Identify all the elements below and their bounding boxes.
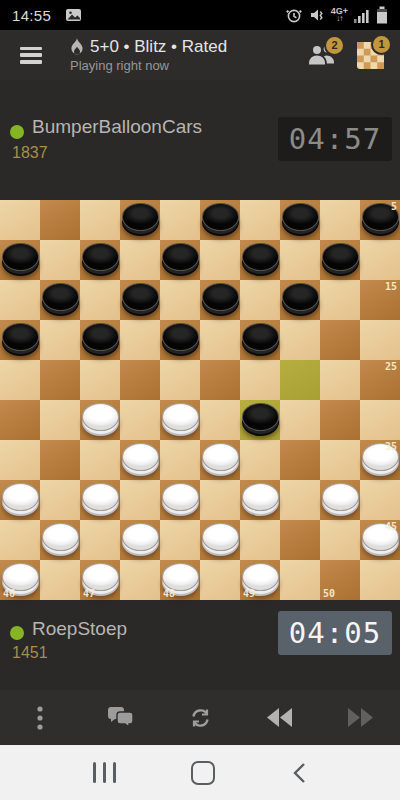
square-24[interactable] bbox=[280, 360, 320, 400]
light-square bbox=[80, 360, 120, 400]
square-coordinate: 47 bbox=[83, 588, 95, 599]
opponent-player-section: BumperBalloonCars 1837 04:57 bbox=[0, 80, 400, 200]
light-square bbox=[320, 440, 360, 480]
light-square bbox=[160, 520, 200, 560]
square-2[interactable] bbox=[120, 200, 160, 240]
light-square bbox=[280, 240, 320, 280]
white-man[interactable] bbox=[162, 483, 199, 511]
square-coordinate: 35 bbox=[385, 441, 397, 452]
black-man[interactable] bbox=[2, 323, 39, 351]
players-online-button[interactable]: 2 bbox=[307, 43, 337, 67]
back-button[interactable] bbox=[291, 760, 307, 786]
chat-icon bbox=[107, 707, 134, 729]
square-41[interactable] bbox=[40, 520, 80, 560]
square-36[interactable] bbox=[0, 480, 40, 520]
square-26[interactable] bbox=[0, 400, 40, 440]
square-50[interactable]: 50 bbox=[320, 560, 360, 600]
light-square bbox=[0, 520, 40, 560]
black-man[interactable] bbox=[162, 323, 199, 351]
square-27[interactable] bbox=[80, 400, 120, 440]
flame-icon bbox=[70, 38, 84, 56]
light-square bbox=[80, 440, 120, 480]
square-21[interactable] bbox=[40, 360, 80, 400]
square-38[interactable] bbox=[160, 480, 200, 520]
white-man[interactable] bbox=[2, 563, 39, 591]
black-man[interactable] bbox=[82, 323, 119, 351]
square-coordinate: 25 bbox=[385, 361, 397, 372]
image-notification-icon bbox=[65, 7, 82, 23]
square-40[interactable] bbox=[320, 480, 360, 520]
recents-button[interactable] bbox=[93, 762, 116, 783]
light-square bbox=[360, 560, 400, 600]
back-icon bbox=[291, 760, 307, 786]
square-47[interactable]: 47 bbox=[80, 560, 120, 600]
light-square bbox=[240, 440, 280, 480]
network-4g-icon: 4G+ ↓↑ bbox=[331, 7, 348, 23]
white-man[interactable] bbox=[122, 523, 159, 551]
light-square bbox=[0, 200, 40, 240]
light-square bbox=[280, 400, 320, 440]
white-man[interactable] bbox=[82, 403, 119, 431]
chat-button[interactable] bbox=[98, 698, 142, 738]
light-square bbox=[320, 200, 360, 240]
square-22[interactable] bbox=[120, 360, 160, 400]
square-10[interactable] bbox=[320, 240, 360, 280]
battery-icon bbox=[376, 6, 388, 24]
square-coordinate: 45 bbox=[385, 521, 397, 532]
draughts-board[interactable]: 5152535454647484950 bbox=[0, 200, 400, 600]
light-square bbox=[40, 240, 80, 280]
light-square bbox=[320, 360, 360, 400]
black-man[interactable] bbox=[282, 203, 319, 231]
square-18[interactable] bbox=[160, 320, 200, 360]
status-time: 14:55 bbox=[12, 7, 51, 24]
square-46[interactable]: 46 bbox=[0, 560, 40, 600]
light-square bbox=[80, 200, 120, 240]
black-man[interactable] bbox=[122, 283, 159, 311]
light-square bbox=[40, 480, 80, 520]
page-title: 5+0 • Blitz • Rated bbox=[90, 37, 227, 57]
square-13[interactable] bbox=[200, 280, 240, 320]
white-man[interactable] bbox=[162, 563, 199, 591]
light-square bbox=[80, 520, 120, 560]
light-square bbox=[280, 320, 320, 360]
status-right-icons: 4G+ ↓↑ bbox=[285, 6, 388, 24]
square-19[interactable] bbox=[240, 320, 280, 360]
square-37[interactable] bbox=[80, 480, 120, 520]
kebab-menu-icon bbox=[37, 706, 43, 730]
light-square bbox=[240, 360, 280, 400]
white-man[interactable] bbox=[122, 443, 159, 471]
opponent-name: BumperBalloonCars bbox=[32, 116, 202, 138]
light-square bbox=[120, 480, 160, 520]
light-square bbox=[120, 560, 160, 600]
light-square bbox=[120, 240, 160, 280]
light-square bbox=[200, 240, 240, 280]
black-man[interactable] bbox=[162, 243, 199, 271]
page-subtitle: Playing right now bbox=[70, 58, 227, 73]
square-20[interactable] bbox=[320, 320, 360, 360]
square-30[interactable] bbox=[320, 400, 360, 440]
square-coordinate: 15 bbox=[385, 281, 397, 292]
black-man[interactable] bbox=[82, 243, 119, 271]
light-square bbox=[80, 280, 120, 320]
opponent-clock: 04:57 bbox=[278, 117, 392, 161]
android-nav-bar bbox=[0, 745, 400, 800]
game-controls-bar bbox=[0, 690, 400, 745]
next-move-icon bbox=[347, 708, 373, 727]
light-square bbox=[160, 200, 200, 240]
light-square bbox=[0, 360, 40, 400]
white-man[interactable] bbox=[162, 403, 199, 431]
light-square bbox=[240, 520, 280, 560]
light-square bbox=[0, 440, 40, 480]
black-man[interactable] bbox=[202, 283, 239, 311]
opponent-rating: 1837 bbox=[12, 144, 48, 162]
games-badge: 1 bbox=[371, 34, 392, 55]
square-8[interactable] bbox=[160, 240, 200, 280]
status-bar: 14:55 4G+ ↓↑ bbox=[0, 0, 400, 30]
square-coordinate: 5 bbox=[391, 201, 397, 212]
light-square bbox=[120, 320, 160, 360]
player-clock: 04:05 bbox=[278, 611, 392, 655]
square-coordinate: 49 bbox=[243, 588, 255, 599]
black-man[interactable] bbox=[322, 243, 359, 271]
black-man[interactable] bbox=[122, 203, 159, 231]
light-square bbox=[160, 280, 200, 320]
square-48[interactable]: 48 bbox=[160, 560, 200, 600]
online-indicator bbox=[10, 125, 24, 139]
lidraughts-mobile-screen: 14:55 4G+ ↓↑ 5+0 • Blitz • Rated Playing… bbox=[0, 0, 400, 800]
app-header: 5+0 • Blitz • Rated Playing right now 2 … bbox=[0, 30, 400, 80]
square-15[interactable]: 15 bbox=[360, 280, 400, 320]
square-9[interactable] bbox=[240, 240, 280, 280]
light-square bbox=[160, 440, 200, 480]
square-33[interactable] bbox=[200, 440, 240, 480]
black-man[interactable] bbox=[282, 283, 319, 311]
square-16[interactable] bbox=[0, 320, 40, 360]
square-4[interactable] bbox=[280, 200, 320, 240]
signal-icon bbox=[354, 8, 370, 23]
light-square bbox=[200, 400, 240, 440]
light-square bbox=[120, 400, 160, 440]
light-square bbox=[360, 480, 400, 520]
light-square bbox=[200, 560, 240, 600]
square-5[interactable]: 5 bbox=[360, 200, 400, 240]
light-square bbox=[40, 400, 80, 440]
black-man[interactable] bbox=[242, 403, 279, 431]
light-square bbox=[360, 400, 400, 440]
player-section: RoepStoep 1451 04:05 bbox=[0, 600, 400, 690]
next-move-button[interactable] bbox=[338, 698, 382, 738]
home-icon bbox=[191, 761, 215, 785]
online-indicator bbox=[10, 626, 24, 640]
previous-move-icon bbox=[267, 708, 293, 727]
square-6[interactable] bbox=[0, 240, 40, 280]
alarm-icon bbox=[285, 6, 303, 24]
light-square bbox=[200, 480, 240, 520]
square-1[interactable] bbox=[40, 200, 80, 240]
players-badge: 2 bbox=[324, 35, 345, 56]
square-coordinate: 48 bbox=[163, 588, 175, 599]
square-43[interactable] bbox=[200, 520, 240, 560]
white-man[interactable] bbox=[242, 483, 279, 511]
square-coordinate: 50 bbox=[323, 588, 335, 599]
player-name: RoepStoep bbox=[32, 618, 127, 640]
black-man[interactable] bbox=[242, 243, 279, 271]
square-42[interactable] bbox=[120, 520, 160, 560]
light-square bbox=[360, 320, 400, 360]
square-32[interactable] bbox=[120, 440, 160, 480]
square-12[interactable] bbox=[120, 280, 160, 320]
player-rating: 1451 bbox=[12, 644, 48, 662]
light-square bbox=[280, 480, 320, 520]
light-square bbox=[240, 200, 280, 240]
white-man[interactable] bbox=[42, 523, 79, 551]
white-man[interactable] bbox=[2, 483, 39, 511]
square-17[interactable] bbox=[80, 320, 120, 360]
white-man[interactable] bbox=[202, 523, 239, 551]
square-23[interactable] bbox=[200, 360, 240, 400]
square-28[interactable] bbox=[160, 400, 200, 440]
games-in-progress-button[interactable]: 1 bbox=[357, 42, 384, 69]
square-31[interactable] bbox=[40, 440, 80, 480]
light-square bbox=[0, 280, 40, 320]
square-29[interactable] bbox=[240, 400, 280, 440]
light-square bbox=[200, 320, 240, 360]
home-button[interactable] bbox=[191, 761, 215, 785]
black-man[interactable] bbox=[202, 203, 239, 231]
light-square bbox=[160, 360, 200, 400]
game-title-block: 5+0 • Blitz • Rated Playing right now bbox=[70, 37, 227, 73]
white-man[interactable] bbox=[202, 443, 239, 471]
light-square bbox=[240, 280, 280, 320]
light-square bbox=[280, 560, 320, 600]
flip-board-button[interactable] bbox=[178, 698, 222, 738]
white-man[interactable] bbox=[82, 563, 119, 591]
square-coordinate: 46 bbox=[3, 588, 15, 599]
white-man[interactable] bbox=[242, 563, 279, 591]
square-39[interactable] bbox=[240, 480, 280, 520]
black-man[interactable] bbox=[2, 243, 39, 271]
light-square bbox=[40, 560, 80, 600]
light-square bbox=[360, 240, 400, 280]
square-3[interactable] bbox=[200, 200, 240, 240]
mute-vibrate-icon bbox=[309, 6, 325, 24]
flip-board-icon bbox=[188, 706, 213, 730]
white-man[interactable] bbox=[322, 483, 359, 511]
previous-move-button[interactable] bbox=[258, 698, 302, 738]
light-square bbox=[40, 320, 80, 360]
square-45[interactable]: 45 bbox=[360, 520, 400, 560]
game-menu-button[interactable] bbox=[18, 698, 62, 738]
white-man[interactable] bbox=[82, 483, 119, 511]
light-square bbox=[320, 520, 360, 560]
black-man[interactable] bbox=[42, 283, 79, 311]
square-34[interactable] bbox=[280, 440, 320, 480]
black-man[interactable] bbox=[242, 323, 279, 351]
recents-icon bbox=[93, 762, 116, 783]
square-7[interactable] bbox=[80, 240, 120, 280]
square-49[interactable]: 49 bbox=[240, 560, 280, 600]
square-35[interactable]: 35 bbox=[360, 440, 400, 480]
square-25[interactable]: 25 bbox=[360, 360, 400, 400]
hamburger-menu-button[interactable] bbox=[20, 47, 42, 64]
square-44[interactable] bbox=[280, 520, 320, 560]
light-square bbox=[320, 280, 360, 320]
square-14[interactable] bbox=[280, 280, 320, 320]
square-11[interactable] bbox=[40, 280, 80, 320]
